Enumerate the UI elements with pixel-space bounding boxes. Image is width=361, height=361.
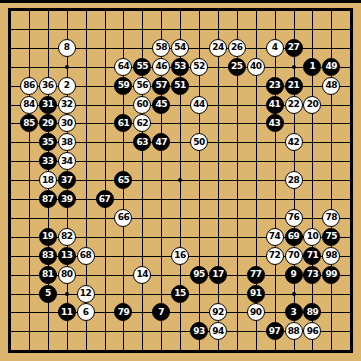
stone-68-white[interactable]: 68 (77, 247, 95, 265)
stone-73-black[interactable]: 73 (303, 266, 321, 284)
stone-16-white[interactable]: 16 (171, 247, 189, 265)
stone-53-black[interactable]: 53 (171, 58, 189, 76)
stone-39-black[interactable]: 39 (58, 190, 76, 208)
stone-41-black[interactable]: 41 (266, 96, 284, 114)
stone-40-white[interactable]: 40 (247, 58, 265, 76)
stone-69-black[interactable]: 69 (285, 228, 303, 246)
stone-51-black[interactable]: 51 (171, 77, 189, 95)
stone-2-white[interactable]: 2 (58, 77, 76, 95)
stone-8-white[interactable]: 8 (58, 39, 76, 57)
stone-97-black[interactable]: 97 (266, 322, 284, 340)
stone-4-white[interactable]: 4 (266, 39, 284, 57)
stone-67-black[interactable]: 67 (96, 190, 114, 208)
star-point (65, 292, 69, 296)
stone-34-white[interactable]: 34 (58, 152, 76, 170)
stone-84-white[interactable]: 84 (20, 96, 38, 114)
stone-28-white[interactable]: 28 (285, 171, 303, 189)
stone-42-white[interactable]: 42 (285, 133, 303, 151)
stone-31-black[interactable]: 31 (39, 96, 57, 114)
stone-24-white[interactable]: 24 (209, 39, 227, 57)
stone-71-black[interactable]: 71 (303, 247, 321, 265)
star-point (65, 65, 69, 69)
stone-91-black[interactable]: 91 (247, 285, 265, 303)
stone-98-white[interactable]: 98 (322, 247, 340, 265)
stone-72-white[interactable]: 72 (266, 247, 284, 265)
stone-49-black[interactable]: 49 (322, 58, 340, 76)
stone-88-white[interactable]: 88 (285, 322, 303, 340)
stone-58-white[interactable]: 58 (152, 39, 170, 57)
stone-80-white[interactable]: 80 (58, 266, 76, 284)
stone-54-white[interactable]: 54 (171, 39, 189, 57)
stone-86-white[interactable]: 86 (20, 77, 38, 95)
stone-6-white[interactable]: 6 (77, 303, 95, 321)
stone-59-black[interactable]: 59 (114, 77, 132, 95)
stone-48-white[interactable]: 48 (322, 77, 340, 95)
stone-55-black[interactable]: 55 (133, 58, 151, 76)
stone-21-black[interactable]: 21 (285, 77, 303, 95)
stone-70-white[interactable]: 70 (285, 247, 303, 265)
stone-83-black[interactable]: 83 (39, 247, 57, 265)
stone-44-white[interactable]: 44 (190, 96, 208, 114)
stone-43-black[interactable]: 43 (266, 114, 284, 132)
stone-17-black[interactable]: 17 (209, 266, 227, 284)
stone-27-black[interactable]: 27 (285, 39, 303, 57)
stone-12-white[interactable]: 12 (77, 285, 95, 303)
stone-9-black[interactable]: 9 (285, 266, 303, 284)
stone-11-black[interactable]: 11 (58, 303, 76, 321)
stone-74-white[interactable]: 74 (266, 228, 284, 246)
star-point (292, 292, 296, 296)
stone-38-white[interactable]: 38 (58, 133, 76, 151)
stone-15-black[interactable]: 15 (171, 285, 189, 303)
stone-60-white[interactable]: 60 (133, 96, 151, 114)
stone-75-black[interactable]: 75 (322, 228, 340, 246)
stone-25-black[interactable]: 25 (228, 58, 246, 76)
stone-95-black[interactable]: 95 (190, 266, 208, 284)
stone-23-black[interactable]: 23 (266, 77, 284, 95)
stone-19-black[interactable]: 19 (39, 228, 57, 246)
stone-22-white[interactable]: 22 (285, 96, 303, 114)
stone-37-black[interactable]: 37 (58, 171, 76, 189)
stone-3-black[interactable]: 3 (285, 303, 303, 321)
stone-5-black[interactable]: 5 (39, 285, 57, 303)
stone-30-white[interactable]: 30 (58, 114, 76, 132)
stone-76-white[interactable]: 76 (285, 209, 303, 227)
star-point (292, 65, 296, 69)
stone-35-black[interactable]: 35 (39, 133, 57, 151)
stone-32-white[interactable]: 32 (58, 96, 76, 114)
stone-20-white[interactable]: 20 (303, 96, 321, 114)
stone-33-black[interactable]: 33 (39, 152, 57, 170)
stone-99-black[interactable]: 99 (322, 266, 340, 284)
stone-82-white[interactable]: 82 (58, 228, 76, 246)
stone-81-black[interactable]: 81 (39, 266, 57, 284)
stone-45-black[interactable]: 45 (152, 96, 170, 114)
stone-57-black[interactable]: 57 (152, 77, 170, 95)
stone-18-white[interactable]: 18 (39, 171, 57, 189)
stone-1-black[interactable]: 1 (303, 58, 321, 76)
stone-13-black[interactable]: 13 (58, 247, 76, 265)
stone-90-white[interactable]: 90 (247, 303, 265, 321)
go-board[interactable]: 1234567891011121314151617181920212223242… (0, 0, 361, 361)
stone-77-black[interactable]: 77 (247, 266, 265, 284)
stone-36-white[interactable]: 36 (39, 77, 57, 95)
stone-52-white[interactable]: 52 (190, 58, 208, 76)
stone-26-white[interactable]: 26 (228, 39, 246, 57)
go-diagram-screen: 1234567891011121314151617181920212223242… (0, 0, 361, 361)
stone-64-white[interactable]: 64 (114, 58, 132, 76)
stone-87-black[interactable]: 87 (39, 190, 57, 208)
stone-14-white[interactable]: 14 (133, 266, 151, 284)
stone-46-white[interactable]: 46 (152, 58, 170, 76)
stone-56-white[interactable]: 56 (133, 77, 151, 95)
